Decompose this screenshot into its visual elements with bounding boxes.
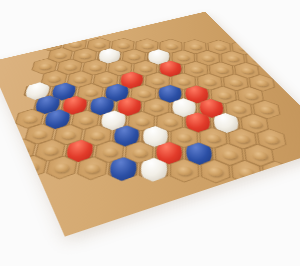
pit-dimple	[235, 135, 250, 143]
cell-face	[14, 155, 47, 178]
pit-dimple	[12, 145, 29, 154]
pit-dimple	[229, 79, 242, 86]
pit-dimple	[177, 166, 192, 175]
cell-face	[262, 161, 294, 184]
pit-dimple	[269, 168, 286, 177]
pit-dimple	[141, 43, 153, 49]
pit-dimple	[251, 56, 264, 62]
pit-dimple	[232, 105, 246, 112]
pit-dimple	[165, 43, 177, 49]
pit-dimple	[151, 78, 164, 85]
pit-dimple	[117, 43, 129, 49]
pit-dimple	[206, 134, 221, 142]
pit-dimple	[207, 167, 222, 176]
pit-dimple	[189, 44, 201, 50]
pit-dimple	[113, 65, 126, 71]
pit-dimple	[177, 55, 189, 61]
pit-dimple	[137, 90, 150, 97]
pit-dimple	[190, 66, 202, 72]
game-board[interactable]	[0, 12, 300, 237]
pit-dimple	[202, 55, 214, 61]
pit-dimple	[177, 78, 190, 85]
hex-grid	[0, 36, 295, 185]
board-scene	[0, 0, 300, 266]
pit-dimple	[134, 118, 148, 126]
pit-dimple	[177, 133, 191, 141]
pit-dimple	[132, 148, 147, 157]
pit-dimple	[139, 65, 152, 71]
pit-dimple	[102, 148, 117, 157]
pit-dimple	[203, 79, 216, 86]
pit-dimple	[163, 118, 177, 126]
pit-dimple	[226, 56, 239, 62]
